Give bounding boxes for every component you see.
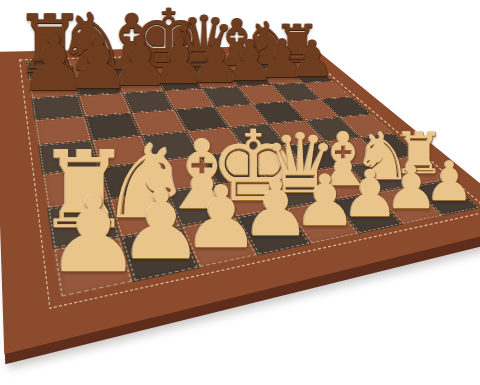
chess-photo-scene: ♜♞♝♚♛♝♞♜♟♟♟♟♟♟♟♟♜♞♝♚♛♝♞♜♟♟♟♟♟♟♟♟ [0, 0, 480, 385]
square-b8 [68, 60, 115, 78]
square-a8 [26, 61, 73, 79]
